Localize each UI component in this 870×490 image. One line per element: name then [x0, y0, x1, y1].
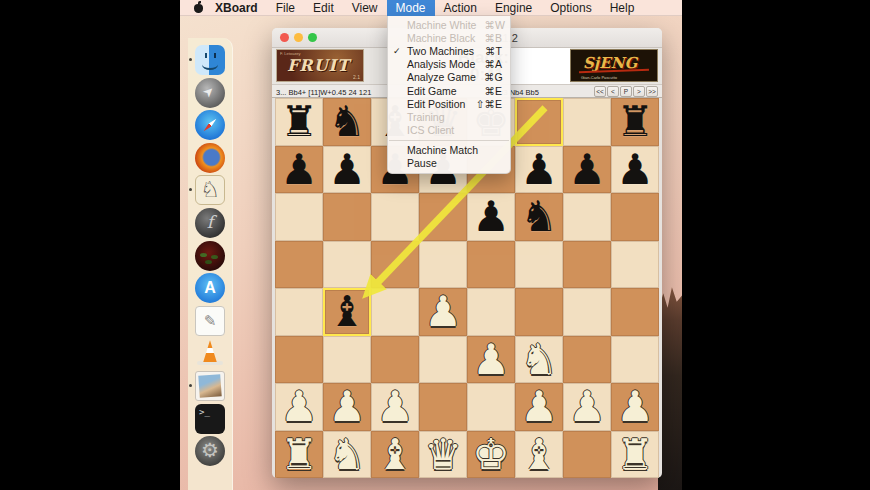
square-a8[interactable]: ♜ — [275, 98, 323, 146]
square-h7[interactable]: ♟ — [611, 146, 659, 194]
square-d3[interactable] — [419, 336, 467, 384]
square-h2[interactable]: ♟ — [611, 383, 659, 431]
dock-engine-f-icon[interactable] — [195, 208, 225, 238]
menubar-item-mode[interactable]: Mode — [387, 0, 435, 16]
mail-icon — [195, 371, 225, 401]
firefox-icon — [195, 143, 225, 173]
dock-notes-icon[interactable] — [195, 306, 225, 336]
square-d6[interactable] — [419, 193, 467, 241]
vlc-icon — [195, 338, 225, 368]
running-indicator-dot — [189, 384, 192, 387]
dock-vlc-icon[interactable] — [195, 338, 225, 368]
app-store-icon — [195, 273, 225, 303]
globe-icon — [195, 241, 225, 271]
dock-system-preferences-icon[interactable] — [195, 436, 225, 466]
menubar-item-xboard[interactable]: XBoard — [206, 0, 267, 16]
step-back-button[interactable]: < — [607, 86, 619, 97]
piece-black-rook: ♜ — [611, 98, 659, 146]
square-h3[interactable] — [611, 336, 659, 384]
square-b1[interactable]: ♞ — [323, 431, 371, 479]
dock-safari-icon[interactable] — [195, 110, 225, 140]
running-indicator-dot — [189, 188, 192, 191]
running-indicator-dot — [189, 58, 192, 61]
pause-button[interactable]: P — [620, 86, 632, 97]
menubar-item-action[interactable]: Action — [435, 0, 486, 16]
square-c5[interactable] — [371, 241, 419, 289]
square-f5[interactable] — [515, 241, 563, 289]
fruit-logo-text: FRUIT — [287, 56, 350, 75]
square-g5[interactable] — [563, 241, 611, 289]
menu-item-shortcut: ⌘G — [484, 71, 503, 83]
piece-black-knight: ♞ — [323, 98, 371, 146]
square-b3[interactable] — [323, 336, 371, 384]
menu-item-label: Pause — [407, 157, 437, 169]
square-a5[interactable] — [275, 241, 323, 289]
piece-white-pawn: ♟ — [467, 336, 515, 384]
piece-white-bishop: ♝ — [515, 431, 563, 479]
square-e6[interactable]: ♟ — [467, 193, 515, 241]
square-e5[interactable] — [467, 241, 515, 289]
square-h6[interactable] — [611, 193, 659, 241]
piece-black-pawn: ♟ — [563, 146, 611, 194]
square-a2[interactable]: ♟ — [275, 383, 323, 431]
piece-black-knight: ♞ — [515, 193, 563, 241]
square-a1[interactable]: ♜ — [275, 431, 323, 479]
apple-icon[interactable] — [192, 1, 204, 14]
piece-white-pawn: ♟ — [515, 383, 563, 431]
square-h8[interactable]: ♜ — [611, 98, 659, 146]
notes-icon — [195, 306, 225, 336]
square-g7[interactable]: ♟ — [563, 146, 611, 194]
square-f4[interactable] — [515, 288, 563, 336]
piece-white-knight: ♞ — [323, 431, 371, 479]
square-g1[interactable] — [563, 431, 611, 479]
menu-separator — [389, 140, 509, 141]
dock-firefox-icon[interactable] — [195, 143, 225, 173]
piece-black-pawn: ♟ — [611, 146, 659, 194]
square-c2[interactable]: ♟ — [371, 383, 419, 431]
square-f3[interactable]: ♞ — [515, 336, 563, 384]
jump-end-button[interactable]: >> — [646, 86, 658, 97]
square-b6[interactable] — [323, 193, 371, 241]
square-c1[interactable]: ♝ — [371, 431, 419, 479]
square-e2[interactable] — [467, 383, 515, 431]
square-g3[interactable] — [563, 336, 611, 384]
menu-item-shortcut: ⌘T — [485, 45, 502, 57]
xboard-icon — [195, 175, 225, 205]
dock-globe-icon[interactable] — [195, 241, 225, 271]
square-e4[interactable] — [467, 288, 515, 336]
menu-item-shortcut: ⌘B — [484, 32, 502, 44]
menu-item-label: ICS Client — [407, 124, 454, 136]
menu-item-label: Analysis Mode — [407, 58, 475, 70]
dock — [188, 38, 233, 490]
menubar-item-help[interactable]: Help — [601, 0, 644, 16]
menu-item-label: Machine Match — [407, 144, 478, 156]
square-b2[interactable]: ♟ — [323, 383, 371, 431]
square-h5[interactable] — [611, 241, 659, 289]
piece-white-pawn: ♟ — [371, 383, 419, 431]
menu-item-analyze-game[interactable]: Analyze Game⌘G — [388, 71, 510, 84]
piece-black-rook: ♜ — [275, 98, 323, 146]
dock-finder-icon[interactable] — [195, 45, 225, 75]
menu-item-label: Edit Position — [407, 98, 465, 110]
square-g8[interactable] — [563, 98, 611, 146]
square-b8[interactable]: ♞ — [323, 98, 371, 146]
white-engine-info: 3... Bb4+ [11]W+0.45 24 121 — [276, 88, 371, 97]
dock-terminal-icon[interactable] — [195, 404, 225, 434]
square-a3[interactable] — [275, 336, 323, 384]
piece-white-queen: ♛ — [419, 431, 467, 479]
menubar-item-engine[interactable]: Engine — [486, 0, 541, 16]
square-b4[interactable]: ♝ — [323, 288, 371, 336]
menu-item-edit-game[interactable]: Edit Game⌘E — [388, 84, 510, 97]
checkmark-icon: ✓ — [393, 46, 401, 56]
square-d1[interactable]: ♛ — [419, 431, 467, 479]
piece-white-rook: ♜ — [611, 431, 659, 479]
square-d5[interactable] — [419, 241, 467, 289]
piece-white-pawn: ♟ — [323, 383, 371, 431]
mode-dropdown-menu: Machine White⌘WMachine Black⌘B✓Two Machi… — [387, 16, 511, 174]
piece-black-pawn: ♟ — [323, 146, 371, 194]
square-h1[interactable]: ♜ — [611, 431, 659, 479]
menu-item-two-machines[interactable]: ✓Two Machines⌘T — [388, 44, 510, 57]
sjeng-engine-logo: SjENG Gian-Carlo Pascutto — [570, 49, 658, 82]
square-f6[interactable]: ♞ — [515, 193, 563, 241]
menu-bar: XBoardFileEditViewModeActionEngineOption… — [180, 0, 682, 16]
menu-item-ics-client: ICS Client — [388, 124, 510, 137]
dock-xboard-icon[interactable] — [195, 175, 225, 205]
piece-white-knight: ♞ — [515, 336, 563, 384]
menu-item-shortcut: ⌘W — [484, 19, 504, 31]
square-g6[interactable] — [563, 193, 611, 241]
close-button[interactable] — [280, 33, 289, 42]
piece-white-pawn: ♟ — [275, 383, 323, 431]
square-b7[interactable]: ♟ — [323, 146, 371, 194]
piece-white-king: ♚ — [467, 431, 515, 479]
menu-item-machine-black: Machine Black⌘B — [388, 31, 510, 44]
menubar-item-file[interactable]: File — [267, 0, 304, 16]
square-a4[interactable] — [275, 288, 323, 336]
system-preferences-icon — [195, 436, 225, 466]
menu-item-shortcut: ⌘E — [484, 85, 502, 97]
square-c4[interactable] — [371, 288, 419, 336]
square-e1[interactable]: ♚ — [467, 431, 515, 479]
fruit-logo-version: 2.1 — [353, 74, 360, 80]
menu-item-label: Analyze Game — [407, 71, 476, 83]
square-d4[interactable]: ♟ — [419, 288, 467, 336]
finder-icon — [195, 45, 225, 75]
menubar-item-edit[interactable]: Edit — [304, 0, 343, 16]
menu-item-edit-position[interactable]: Edit Position⇧⌘E — [388, 97, 510, 110]
zoom-button[interactable] — [308, 33, 317, 42]
menu-item-label: Machine White — [407, 19, 476, 31]
move-nav-buttons: <<<P>>> — [594, 86, 658, 97]
fruit-engine-logo: F. Letouzey FRUIT 2.1 — [276, 49, 364, 82]
desktop: g 11.2 F. Letouzey FRUIT 2.1 Black: 0:41… — [180, 0, 682, 490]
square-e3[interactable]: ♟ — [467, 336, 515, 384]
menu-item-shortcut: ⇧⌘E — [476, 98, 502, 110]
menu-item-pause[interactable]: Pause — [388, 157, 510, 170]
square-d2[interactable] — [419, 383, 467, 431]
square-f2[interactable]: ♟ — [515, 383, 563, 431]
square-c6[interactable] — [371, 193, 419, 241]
menubar-item-options[interactable]: Options — [541, 0, 600, 16]
square-a7[interactable]: ♟ — [275, 146, 323, 194]
menu-item-training: Training — [388, 110, 510, 123]
menu-item-label: Edit Game — [407, 85, 457, 97]
step-forward-button[interactable]: > — [633, 86, 645, 97]
piece-white-rook: ♜ — [275, 431, 323, 479]
square-b5[interactable] — [323, 241, 371, 289]
square-g4[interactable] — [563, 288, 611, 336]
piece-black-pawn: ♟ — [515, 146, 563, 194]
safari-icon — [195, 110, 225, 140]
engine-f-icon — [195, 208, 225, 238]
square-f8[interactable] — [515, 98, 563, 146]
square-f7[interactable]: ♟ — [515, 146, 563, 194]
piece-white-pawn: ♟ — [563, 383, 611, 431]
piece-black-pawn: ♟ — [467, 193, 515, 241]
menu-item-label: Two Machines — [407, 45, 474, 57]
terminal-icon — [195, 404, 225, 434]
square-c3[interactable] — [371, 336, 419, 384]
menu-item-label: Machine Black — [407, 32, 475, 44]
square-g2[interactable]: ♟ — [563, 383, 611, 431]
piece-white-bishop: ♝ — [371, 431, 419, 479]
sjeng-logo-subtext: Gian-Carlo Pascutto — [581, 75, 617, 80]
piece-black-pawn: ♟ — [275, 146, 323, 194]
piece-white-pawn: ♟ — [611, 383, 659, 431]
minimize-button[interactable] — [294, 33, 303, 42]
square-h4[interactable] — [611, 288, 659, 336]
square-a6[interactable] — [275, 193, 323, 241]
menu-item-analysis-mode[interactable]: Analysis Mode⌘A — [388, 58, 510, 71]
jump-start-button[interactable]: << — [594, 86, 606, 97]
menu-item-machine-white: Machine White⌘W — [388, 18, 510, 31]
dock-launchpad-icon[interactable] — [195, 78, 225, 108]
menu-item-label: Training — [407, 111, 445, 123]
menu-item-shortcut: ⌘A — [484, 58, 502, 70]
square-f1[interactable]: ♝ — [515, 431, 563, 479]
menubar-item-view[interactable]: View — [343, 0, 387, 16]
piece-white-pawn: ♟ — [419, 288, 467, 336]
dock-mail-icon[interactable] — [195, 371, 225, 401]
dock-app-store-icon[interactable] — [195, 273, 225, 303]
piece-black-bishop: ♝ — [323, 288, 371, 336]
menu-item-machine-match[interactable]: Machine Match — [388, 144, 510, 157]
launchpad-icon — [195, 78, 225, 108]
